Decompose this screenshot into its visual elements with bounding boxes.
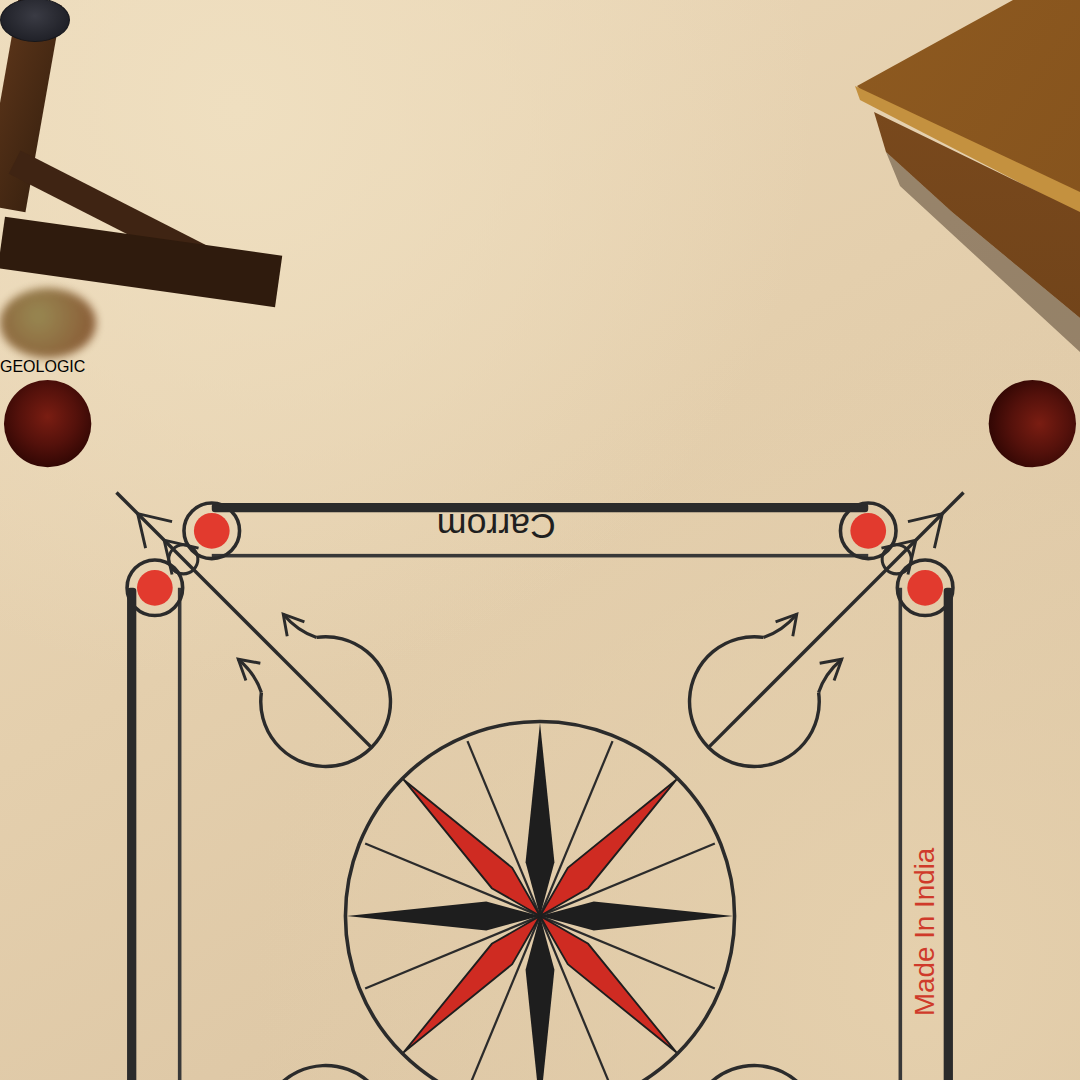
label-made-in-india: Made In India	[909, 847, 940, 1016]
black-coin-top-face	[0, 0, 70, 42]
corner-arrow-right	[690, 380, 1077, 767]
shelf-object	[0, 288, 96, 358]
center-compass-rose	[345, 721, 734, 1080]
label-carrom-upper: Carrom	[437, 506, 556, 546]
scene: GEOLOGIC	[0, 0, 1080, 1080]
brand-engraving: GEOLOGIC	[0, 358, 1080, 376]
carrom-board: GEOLOGIC	[0, 358, 1080, 1080]
playing-surface: Carrom Carrom Made In India	[0, 376, 1080, 1080]
corner-arrow-left	[4, 1066, 391, 1080]
board-markings: Carrom Carrom Made In India	[0, 376, 1080, 1080]
corner-arrow-top	[4, 380, 391, 767]
corner-arrow-bottom	[690, 1066, 1077, 1080]
baseline-left	[127, 560, 183, 1080]
